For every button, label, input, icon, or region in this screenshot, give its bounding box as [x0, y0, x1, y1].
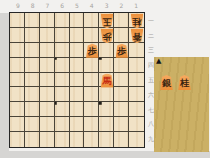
- board-square[interactable]: [99, 132, 114, 147]
- rank-label: 三: [146, 46, 156, 55]
- board-square[interactable]: [129, 73, 144, 88]
- board-square[interactable]: [40, 73, 55, 88]
- left-margin: [0, 13, 9, 158]
- board-square[interactable]: [114, 102, 129, 117]
- board-square[interactable]: [70, 43, 85, 58]
- board-square[interactable]: [55, 117, 70, 132]
- file-label: 4: [85, 2, 99, 9]
- board-square[interactable]: [84, 117, 99, 132]
- bottom-margin: [0, 151, 210, 158]
- board-square[interactable]: [10, 102, 25, 117]
- board-square[interactable]: [129, 132, 144, 147]
- board-square[interactable]: [25, 102, 40, 117]
- piece-3五[interactable]: 馬: [101, 73, 114, 88]
- board-square[interactable]: [25, 28, 40, 43]
- rank-label: 二: [146, 31, 156, 40]
- board-square[interactable]: [114, 73, 129, 88]
- file-label: 1: [129, 2, 143, 9]
- star-point: [99, 58, 102, 61]
- board-square[interactable]: [25, 13, 40, 28]
- sente-hand-tray: ▲ 銀桂: [154, 57, 209, 152]
- board-square[interactable]: [55, 102, 70, 117]
- star-point: [55, 102, 58, 105]
- board-square[interactable]: [10, 117, 25, 132]
- board-square[interactable]: [114, 58, 129, 73]
- board-square[interactable]: [99, 102, 114, 117]
- board-square[interactable]: [40, 102, 55, 117]
- board-square[interactable]: [55, 73, 70, 88]
- board-square[interactable]: [10, 58, 25, 73]
- board-square[interactable]: [25, 58, 40, 73]
- board-square[interactable]: [25, 117, 40, 132]
- hand-piece-2[interactable]: 桂: [178, 75, 191, 90]
- rank-label: 一: [146, 16, 156, 25]
- board-square[interactable]: [10, 13, 25, 28]
- board-square[interactable]: [40, 43, 55, 58]
- board-square[interactable]: [40, 13, 55, 28]
- board-square[interactable]: [10, 43, 25, 58]
- piece-2三[interactable]: 歩: [115, 44, 128, 59]
- board-square[interactable]: [40, 87, 55, 102]
- board-square[interactable]: [70, 132, 85, 147]
- board-square[interactable]: [129, 58, 144, 73]
- board-square[interactable]: [40, 58, 55, 73]
- board-square[interactable]: [99, 87, 114, 102]
- board-square[interactable]: [55, 87, 70, 102]
- board-square[interactable]: [84, 58, 99, 73]
- file-label: 3: [100, 2, 114, 9]
- file-label: 8: [26, 2, 40, 9]
- board-square[interactable]: [84, 28, 99, 43]
- board-square[interactable]: [129, 87, 144, 102]
- board-square[interactable]: [70, 117, 85, 132]
- board-square[interactable]: [70, 58, 85, 73]
- file-label: 2: [114, 2, 128, 9]
- board-square[interactable]: [10, 132, 25, 147]
- star-point: [55, 58, 58, 61]
- sente-triangle-marker: ▲: [156, 58, 161, 65]
- board-square[interactable]: [10, 28, 25, 43]
- board-square[interactable]: [70, 28, 85, 43]
- board-square[interactable]: [129, 102, 144, 117]
- board-square[interactable]: [129, 117, 144, 132]
- board-square[interactable]: [10, 73, 25, 88]
- board-grid: [10, 13, 144, 147]
- board-square[interactable]: [40, 117, 55, 132]
- file-label: 7: [40, 2, 54, 9]
- board-square[interactable]: [25, 87, 40, 102]
- shogi-board[interactable]: 玉桂歩香歩歩馬: [9, 12, 145, 148]
- tsume-shogi-screen: 987654321 一二三四五六七八九 玉桂歩香歩歩馬 ▲ 銀桂: [0, 0, 210, 158]
- file-label: 5: [70, 2, 84, 9]
- file-label: 9: [11, 2, 25, 9]
- board-square[interactable]: [25, 73, 40, 88]
- board-square[interactable]: [99, 43, 114, 58]
- board-square[interactable]: [55, 28, 70, 43]
- hand-piece-1[interactable]: 銀: [160, 75, 173, 90]
- file-label: 6: [55, 2, 69, 9]
- board-square[interactable]: [99, 58, 114, 73]
- board-square[interactable]: [55, 43, 70, 58]
- piece-4三[interactable]: 歩: [86, 44, 99, 59]
- board-square[interactable]: [70, 87, 85, 102]
- board-square[interactable]: [25, 132, 40, 147]
- board-square[interactable]: [114, 28, 129, 43]
- board-square[interactable]: [70, 73, 85, 88]
- board-square[interactable]: [84, 13, 99, 28]
- board-square[interactable]: [114, 13, 129, 28]
- board-square[interactable]: [10, 87, 25, 102]
- board-square[interactable]: [25, 43, 40, 58]
- board-square[interactable]: [84, 73, 99, 88]
- board-square[interactable]: [114, 117, 129, 132]
- board-square[interactable]: [114, 132, 129, 147]
- board-square[interactable]: [70, 102, 85, 117]
- board-square[interactable]: [55, 132, 70, 147]
- board-square[interactable]: [99, 117, 114, 132]
- board-square[interactable]: [84, 87, 99, 102]
- board-square[interactable]: [114, 87, 129, 102]
- board-square[interactable]: [55, 13, 70, 28]
- board-square[interactable]: [129, 43, 144, 58]
- board-square[interactable]: [40, 28, 55, 43]
- board-square[interactable]: [70, 13, 85, 28]
- board-square[interactable]: [84, 102, 99, 117]
- board-square[interactable]: [40, 132, 55, 147]
- board-square[interactable]: [84, 132, 99, 147]
- star-point: [99, 102, 102, 105]
